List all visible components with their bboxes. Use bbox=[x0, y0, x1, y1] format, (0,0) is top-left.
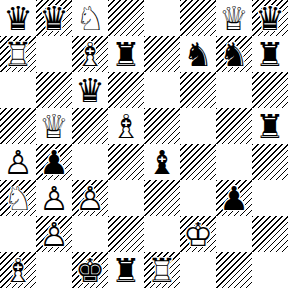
square-e7[interactable] bbox=[144, 36, 180, 72]
square-c6[interactable]: ♛♛ bbox=[72, 72, 108, 108]
square-b7[interactable] bbox=[36, 36, 72, 72]
square-d2[interactable] bbox=[108, 216, 144, 252]
square-g3[interactable]: ♟♟ bbox=[216, 180, 252, 216]
square-f8[interactable] bbox=[180, 0, 216, 36]
square-f6[interactable] bbox=[180, 72, 216, 108]
black-queen-icon: ♛ bbox=[75, 74, 105, 107]
square-e1[interactable]: ♜♖ bbox=[144, 252, 180, 288]
piece-white-pawn: ♟♙ bbox=[36, 216, 72, 252]
square-e5[interactable] bbox=[144, 108, 180, 144]
black-king-icon: ♚ bbox=[75, 254, 105, 287]
piece-black-queen: ♛♛ bbox=[36, 0, 72, 36]
square-c1[interactable]: ♚♚ bbox=[72, 252, 108, 288]
square-f3[interactable] bbox=[180, 180, 216, 216]
piece-white-pawn: ♟♙ bbox=[36, 180, 72, 216]
square-g1[interactable] bbox=[216, 252, 252, 288]
square-b8[interactable]: ♛♛ bbox=[36, 0, 72, 36]
square-b5[interactable]: ♛♕ bbox=[36, 108, 72, 144]
square-d1[interactable]: ♜♜ bbox=[108, 252, 144, 288]
piece-black-king: ♚♚ bbox=[72, 252, 108, 288]
square-f7[interactable]: ♞♞ bbox=[180, 36, 216, 72]
square-b3[interactable]: ♟♙ bbox=[36, 180, 72, 216]
black-rook-icon: ♜ bbox=[111, 38, 141, 71]
square-c7[interactable]: ♝♗ bbox=[72, 36, 108, 72]
piece-white-knight: ♞♘ bbox=[0, 180, 36, 216]
black-knight-icon: ♞ bbox=[219, 38, 249, 71]
white-bishop-icon: ♗ bbox=[111, 110, 141, 143]
square-e3[interactable] bbox=[144, 180, 180, 216]
white-pawn-icon: ♙ bbox=[3, 146, 33, 179]
white-rook-icon: ♖ bbox=[147, 254, 177, 287]
piece-white-pawn: ♟♙ bbox=[0, 144, 36, 180]
square-d3[interactable] bbox=[108, 180, 144, 216]
square-a8[interactable]: ♛♛ bbox=[0, 0, 36, 36]
square-a5[interactable] bbox=[0, 108, 36, 144]
piece-white-king: ♚♔ bbox=[180, 216, 216, 252]
square-e2[interactable] bbox=[144, 216, 180, 252]
square-g8[interactable]: ♛♕ bbox=[216, 0, 252, 36]
square-d8[interactable] bbox=[108, 0, 144, 36]
piece-black-bishop: ♝♝ bbox=[144, 144, 180, 180]
square-h7[interactable]: ♜♜ bbox=[252, 36, 288, 72]
square-g7[interactable]: ♞♞ bbox=[216, 36, 252, 72]
square-h5[interactable]: ♜♜ bbox=[252, 108, 288, 144]
piece-white-bishop: ♝♗ bbox=[0, 252, 36, 288]
square-a3[interactable]: ♞♘ bbox=[0, 180, 36, 216]
piece-black-queen: ♛♛ bbox=[0, 0, 36, 36]
piece-black-rook: ♜♜ bbox=[108, 36, 144, 72]
square-h6[interactable] bbox=[252, 72, 288, 108]
piece-white-bishop: ♝♗ bbox=[108, 108, 144, 144]
piece-black-pawn: ♟♟ bbox=[216, 180, 252, 216]
piece-black-rook: ♜♜ bbox=[252, 36, 288, 72]
square-h8[interactable]: ♛♛ bbox=[252, 0, 288, 36]
chess-board: ♛♛♛♛♞♘♛♕♛♛♜♖♝♗♜♜♞♞♞♞♜♜♛♛♛♕♝♗♜♜♟♙♟♟♝♝♞♘♟♙… bbox=[0, 0, 288, 288]
chess-diagram: ♛♛♛♛♞♘♛♕♛♛♜♖♝♗♜♜♞♞♞♞♜♜♛♛♛♕♝♗♜♜♟♙♟♟♝♝♞♘♟♙… bbox=[0, 0, 288, 288]
square-c4[interactable] bbox=[72, 144, 108, 180]
square-h3[interactable] bbox=[252, 180, 288, 216]
piece-white-rook: ♜♖ bbox=[144, 252, 180, 288]
square-c3[interactable]: ♟♙ bbox=[72, 180, 108, 216]
square-b6[interactable] bbox=[36, 72, 72, 108]
white-queen-icon: ♕ bbox=[39, 110, 69, 143]
square-g2[interactable] bbox=[216, 216, 252, 252]
black-knight-icon: ♞ bbox=[183, 38, 213, 71]
piece-white-rook: ♜♖ bbox=[0, 36, 36, 72]
square-c2[interactable] bbox=[72, 216, 108, 252]
square-f2[interactable]: ♚♔ bbox=[180, 216, 216, 252]
square-h2[interactable] bbox=[252, 216, 288, 252]
piece-black-queen: ♛♛ bbox=[252, 0, 288, 36]
square-g6[interactable] bbox=[216, 72, 252, 108]
piece-white-knight: ♞♘ bbox=[72, 0, 108, 36]
square-a2[interactable] bbox=[0, 216, 36, 252]
piece-black-knight: ♞♞ bbox=[180, 36, 216, 72]
square-b4[interactable]: ♟♟ bbox=[36, 144, 72, 180]
square-a1[interactable]: ♝♗ bbox=[0, 252, 36, 288]
square-f4[interactable] bbox=[180, 144, 216, 180]
piece-black-queen: ♛♛ bbox=[72, 72, 108, 108]
black-rook-icon: ♜ bbox=[255, 110, 285, 143]
white-knight-icon: ♘ bbox=[75, 2, 105, 35]
black-queen-icon: ♛ bbox=[3, 2, 33, 35]
black-queen-icon: ♛ bbox=[39, 2, 69, 35]
piece-white-queen: ♛♕ bbox=[216, 0, 252, 36]
white-knight-icon: ♘ bbox=[3, 182, 33, 215]
white-queen-icon: ♕ bbox=[219, 2, 249, 35]
square-h1[interactable] bbox=[252, 252, 288, 288]
white-bishop-icon: ♗ bbox=[3, 254, 33, 287]
square-e6[interactable] bbox=[144, 72, 180, 108]
square-b2[interactable]: ♟♙ bbox=[36, 216, 72, 252]
white-pawn-icon: ♙ bbox=[75, 182, 105, 215]
square-a7[interactable]: ♜♖ bbox=[0, 36, 36, 72]
square-c5[interactable] bbox=[72, 108, 108, 144]
white-bishop-icon: ♗ bbox=[75, 38, 105, 71]
square-g4[interactable] bbox=[216, 144, 252, 180]
white-pawn-icon: ♙ bbox=[39, 182, 69, 215]
white-pawn-icon: ♙ bbox=[39, 218, 69, 251]
square-a4[interactable]: ♟♙ bbox=[0, 144, 36, 180]
square-d5[interactable]: ♝♗ bbox=[108, 108, 144, 144]
square-b1[interactable] bbox=[36, 252, 72, 288]
black-rook-icon: ♜ bbox=[111, 254, 141, 287]
piece-black-rook: ♜♜ bbox=[108, 252, 144, 288]
piece-black-rook: ♜♜ bbox=[252, 108, 288, 144]
piece-white-queen: ♛♕ bbox=[36, 108, 72, 144]
square-d6[interactable] bbox=[108, 72, 144, 108]
black-bishop-icon: ♝ bbox=[147, 146, 177, 179]
black-rook-icon: ♜ bbox=[255, 38, 285, 71]
square-e8[interactable] bbox=[144, 0, 180, 36]
black-pawn-icon: ♟ bbox=[39, 146, 69, 179]
white-rook-icon: ♖ bbox=[3, 38, 33, 71]
square-a6[interactable] bbox=[0, 72, 36, 108]
black-pawn-icon: ♟ bbox=[219, 182, 249, 215]
square-h4[interactable] bbox=[252, 144, 288, 180]
piece-white-bishop: ♝♗ bbox=[72, 36, 108, 72]
piece-white-pawn: ♟♙ bbox=[72, 180, 108, 216]
white-king-icon: ♔ bbox=[183, 218, 213, 251]
square-f5[interactable] bbox=[180, 108, 216, 144]
black-queen-icon: ♛ bbox=[255, 2, 285, 35]
square-c8[interactable]: ♞♘ bbox=[72, 0, 108, 36]
piece-black-knight: ♞♞ bbox=[216, 36, 252, 72]
square-g5[interactable] bbox=[216, 108, 252, 144]
square-f1[interactable] bbox=[180, 252, 216, 288]
square-e4[interactable]: ♝♝ bbox=[144, 144, 180, 180]
square-d7[interactable]: ♜♜ bbox=[108, 36, 144, 72]
square-d4[interactable] bbox=[108, 144, 144, 180]
piece-black-pawn: ♟♟ bbox=[36, 144, 72, 180]
